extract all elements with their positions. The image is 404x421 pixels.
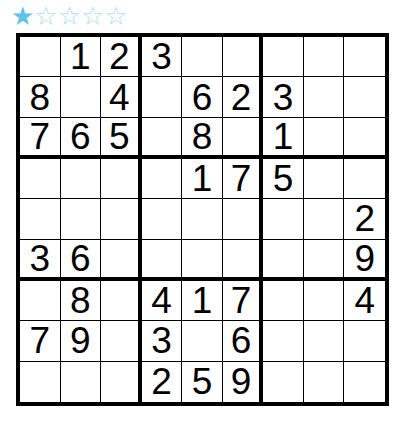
cell-r6c4[interactable] [142, 240, 183, 281]
cell-r4c4[interactable] [142, 159, 183, 199]
cell-r1c4[interactable]: 3 [142, 37, 183, 77]
cell-r5c2[interactable] [61, 199, 102, 239]
cell-r9c9[interactable] [344, 362, 385, 402]
cell-r7c8[interactable] [304, 281, 345, 321]
cell-r3c3[interactable]: 5 [101, 118, 142, 159]
cell-r3c1[interactable]: 7 [20, 118, 61, 159]
cell-r1c8[interactable] [304, 37, 345, 77]
cell-r7c1[interactable] [20, 281, 61, 321]
cell-r5c1[interactable] [20, 199, 61, 239]
cell-r2c6[interactable]: 2 [223, 77, 264, 117]
cell-r5c7[interactable] [263, 199, 304, 239]
cell-r8c4[interactable]: 3 [142, 321, 183, 361]
star-filled-icon: ★ [11, 3, 34, 29]
cell-r6c5[interactable] [182, 240, 223, 281]
cell-r9c1[interactable] [20, 362, 61, 402]
cell-r7c4[interactable]: 4 [142, 281, 183, 321]
cell-r9c4[interactable]: 2 [142, 362, 183, 402]
cell-r1c6[interactable] [223, 37, 264, 77]
cell-r3c4[interactable] [142, 118, 183, 159]
star-empty-icon: ☆ [58, 3, 81, 29]
cell-r5c6[interactable] [223, 199, 264, 239]
cell-r6c9[interactable]: 9 [344, 240, 385, 281]
cell-r7c7[interactable] [263, 281, 304, 321]
cell-r8c1[interactable]: 7 [20, 321, 61, 361]
cell-r2c9[interactable] [344, 77, 385, 117]
cell-r6c2[interactable]: 6 [61, 240, 102, 281]
cell-r2c1[interactable]: 8 [20, 77, 61, 117]
cell-r7c6[interactable]: 7 [223, 281, 264, 321]
sudoku-grid: 12384623765811752369841747936259 [16, 33, 389, 406]
cell-r3c6[interactable] [223, 118, 264, 159]
cell-r6c7[interactable] [263, 240, 304, 281]
cell-r4c1[interactable] [20, 159, 61, 199]
cell-r7c2[interactable]: 8 [61, 281, 102, 321]
cell-r9c7[interactable] [263, 362, 304, 402]
cell-r4c5[interactable]: 1 [182, 159, 223, 199]
cell-r5c4[interactable] [142, 199, 183, 239]
cell-r1c7[interactable] [263, 37, 304, 77]
cell-r4c6[interactable]: 7 [223, 159, 264, 199]
cell-r4c2[interactable] [61, 159, 102, 199]
cell-r1c1[interactable] [20, 37, 61, 77]
cell-r8c9[interactable] [344, 321, 385, 361]
cell-r1c2[interactable]: 1 [61, 37, 102, 77]
cell-r7c9[interactable]: 4 [344, 281, 385, 321]
cell-r9c2[interactable] [61, 362, 102, 402]
cell-r8c8[interactable] [304, 321, 345, 361]
cell-r2c2[interactable] [61, 77, 102, 117]
cell-r4c9[interactable] [344, 159, 385, 199]
difficulty-rating: ★☆☆☆☆ [11, 3, 128, 29]
cell-r6c8[interactable] [304, 240, 345, 281]
cell-r8c5[interactable] [182, 321, 223, 361]
cell-r3c7[interactable]: 1 [263, 118, 304, 159]
star-empty-icon: ☆ [81, 3, 104, 29]
cell-r7c3[interactable] [101, 281, 142, 321]
cell-r3c2[interactable]: 6 [61, 118, 102, 159]
cell-r5c3[interactable] [101, 199, 142, 239]
cell-r9c8[interactable] [304, 362, 345, 402]
cell-r5c8[interactable] [304, 199, 345, 239]
cell-r1c3[interactable]: 2 [101, 37, 142, 77]
cell-r8c2[interactable]: 9 [61, 321, 102, 361]
cell-r7c5[interactable]: 1 [182, 281, 223, 321]
cell-r8c7[interactable] [263, 321, 304, 361]
cell-r3c5[interactable]: 8 [182, 118, 223, 159]
cell-r2c4[interactable] [142, 77, 183, 117]
cell-r3c8[interactable] [304, 118, 345, 159]
cell-r4c8[interactable] [304, 159, 345, 199]
cell-r2c8[interactable] [304, 77, 345, 117]
cell-r4c3[interactable] [101, 159, 142, 199]
star-empty-icon: ☆ [34, 3, 57, 29]
star-empty-icon: ☆ [104, 3, 127, 29]
cell-r2c5[interactable]: 6 [182, 77, 223, 117]
cell-r5c9[interactable]: 2 [344, 199, 385, 239]
cell-r6c6[interactable] [223, 240, 264, 281]
cell-r1c5[interactable] [182, 37, 223, 77]
cell-r8c6[interactable]: 6 [223, 321, 264, 361]
cell-r9c3[interactable] [101, 362, 142, 402]
cell-r6c3[interactable] [101, 240, 142, 281]
cell-r2c3[interactable]: 4 [101, 77, 142, 117]
cell-r3c9[interactable] [344, 118, 385, 159]
cell-r1c9[interactable] [344, 37, 385, 77]
cell-r8c3[interactable] [101, 321, 142, 361]
cell-r9c5[interactable]: 5 [182, 362, 223, 402]
cell-r2c7[interactable]: 3 [263, 77, 304, 117]
cell-r6c1[interactable]: 3 [20, 240, 61, 281]
cell-r9c6[interactable]: 9 [223, 362, 264, 402]
cell-r4c7[interactable]: 5 [263, 159, 304, 199]
cell-r5c5[interactable] [182, 199, 223, 239]
